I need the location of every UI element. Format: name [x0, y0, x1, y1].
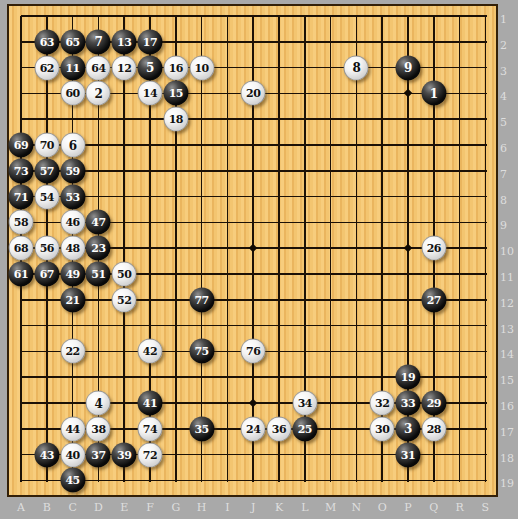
stone-44-C17[interactable]: 44 — [60, 416, 85, 441]
stone-17-F2[interactable]: 17 — [138, 29, 163, 54]
stone-47-D9[interactable]: 47 — [86, 210, 111, 235]
row-label-17: 17 — [500, 425, 514, 438]
stone-19-P15[interactable]: 19 — [396, 365, 421, 390]
stone-48-C10[interactable]: 48 — [60, 236, 85, 261]
row-label-16: 16 — [500, 400, 514, 413]
stone-5-F3[interactable]: 5 — [138, 55, 163, 80]
column-label-J: J — [251, 501, 255, 514]
stone-6-C6[interactable]: 6 — [60, 133, 85, 158]
column-label-D: D — [94, 501, 103, 514]
stone-7-D2[interactable]: 7 — [86, 29, 111, 54]
column-label-O: O — [378, 501, 387, 514]
stone-41-F16[interactable]: 41 — [138, 391, 163, 416]
stone-68-A10[interactable]: 68 — [9, 236, 34, 261]
stone-64-D3[interactable]: 64 — [86, 55, 111, 80]
stone-27-Q12[interactable]: 27 — [421, 287, 446, 312]
grid-line-vertical — [278, 16, 280, 482]
column-label-A: A — [17, 501, 25, 514]
grid-line-horizontal — [21, 144, 487, 146]
column-label-G: G — [171, 501, 180, 514]
stone-53-C8[interactable]: 53 — [60, 184, 85, 209]
row-label-4: 4 — [500, 90, 507, 103]
row-label-3: 3 — [500, 64, 507, 77]
stone-61-A11[interactable]: 61 — [9, 262, 34, 287]
stone-1-Q4[interactable]: 1 — [421, 81, 446, 106]
stone-10-H3[interactable]: 10 — [189, 55, 214, 80]
stone-75-H14[interactable]: 75 — [189, 339, 214, 364]
column-label-C: C — [68, 501, 76, 514]
stone-76-J14[interactable]: 76 — [241, 339, 266, 364]
stone-39-E18[interactable]: 39 — [112, 442, 137, 467]
stone-15-G4[interactable]: 15 — [163, 81, 188, 106]
row-label-18: 18 — [500, 451, 514, 464]
row-label-2: 2 — [500, 38, 507, 51]
stone-38-D17[interactable]: 38 — [86, 416, 111, 441]
stone-11-C3[interactable]: 11 — [60, 55, 85, 80]
stone-26-Q10[interactable]: 26 — [421, 236, 446, 261]
row-label-10: 10 — [500, 245, 514, 258]
stone-31-P18[interactable]: 31 — [396, 442, 421, 467]
grid-line-vertical — [459, 16, 461, 482]
stone-63-B2[interactable]: 63 — [34, 29, 59, 54]
column-label-H: H — [197, 501, 207, 514]
stone-18-G5[interactable]: 18 — [163, 107, 188, 132]
grid-line-horizontal — [21, 170, 487, 172]
grid-line-horizontal — [21, 325, 487, 327]
grid-line-horizontal — [21, 118, 487, 120]
stone-28-Q17[interactable]: 28 — [421, 416, 446, 441]
grid-line-vertical — [485, 16, 487, 482]
stone-34-L16[interactable]: 34 — [292, 391, 317, 416]
stone-77-H12[interactable]: 77 — [189, 287, 214, 312]
grid-line-vertical — [330, 16, 332, 482]
stone-74-F17[interactable]: 74 — [138, 416, 163, 441]
grid-line-vertical — [227, 16, 229, 482]
column-label-S: S — [482, 501, 490, 514]
stone-21-C12[interactable]: 21 — [60, 287, 85, 312]
stone-67-B11[interactable]: 67 — [34, 262, 59, 287]
column-label-M: M — [325, 501, 336, 514]
grid-line-vertical — [123, 16, 125, 482]
stone-42-F14[interactable]: 42 — [138, 339, 163, 364]
stone-8-N3[interactable]: 8 — [344, 55, 369, 80]
stone-32-O16[interactable]: 32 — [370, 391, 395, 416]
row-label-12: 12 — [500, 296, 514, 309]
stone-14-F4[interactable]: 14 — [138, 81, 163, 106]
stone-71-A8[interactable]: 71 — [9, 184, 34, 209]
grid-line-horizontal — [21, 299, 487, 301]
row-label-9: 9 — [500, 219, 507, 232]
column-label-B: B — [43, 501, 51, 514]
stone-3-P17[interactable]: 3 — [396, 416, 421, 441]
stone-46-C9[interactable]: 46 — [60, 210, 85, 235]
stone-65-C2[interactable]: 65 — [60, 29, 85, 54]
stone-72-F18[interactable]: 72 — [138, 442, 163, 467]
row-label-7: 7 — [500, 167, 507, 180]
column-label-R: R — [455, 501, 463, 514]
stone-73-A7[interactable]: 73 — [9, 158, 34, 183]
stone-52-E12[interactable]: 52 — [112, 287, 137, 312]
grid-line-horizontal — [21, 196, 487, 198]
column-label-F: F — [146, 501, 154, 514]
stone-35-H17[interactable]: 35 — [189, 416, 214, 441]
stone-20-J4[interactable]: 20 — [241, 81, 266, 106]
stone-30-O17[interactable]: 30 — [370, 416, 395, 441]
column-label-P: P — [404, 501, 411, 514]
grid-line-vertical — [356, 16, 358, 482]
stone-37-D18[interactable]: 37 — [86, 442, 111, 467]
stone-59-C7[interactable]: 59 — [60, 158, 85, 183]
stone-45-C19[interactable]: 45 — [60, 468, 85, 493]
stone-43-B18[interactable]: 43 — [34, 442, 59, 467]
stone-13-E2[interactable]: 13 — [112, 29, 137, 54]
stone-25-L17[interactable]: 25 — [292, 416, 317, 441]
stone-56-B10[interactable]: 56 — [34, 236, 59, 261]
column-label-Q: Q — [429, 501, 438, 514]
row-label-14: 14 — [500, 348, 514, 361]
row-label-19: 19 — [500, 477, 514, 490]
row-label-8: 8 — [500, 193, 507, 206]
row-label-1: 1 — [500, 13, 507, 26]
stone-4-D16[interactable]: 4 — [86, 391, 111, 416]
row-label-13: 13 — [500, 322, 514, 335]
stone-54-B8[interactable]: 54 — [34, 184, 59, 209]
column-label-I: I — [225, 501, 229, 514]
column-label-N: N — [352, 501, 362, 514]
stone-57-B7[interactable]: 57 — [34, 158, 59, 183]
stone-58-A9[interactable]: 58 — [9, 210, 34, 235]
row-label-15: 15 — [500, 374, 514, 387]
row-label-6: 6 — [500, 142, 507, 155]
go-diagram-frame: ABCDEFGHIJKLMNOPQRS123456789101112131415… — [0, 0, 518, 519]
stone-24-J17[interactable]: 24 — [241, 416, 266, 441]
stone-70-B6[interactable]: 70 — [34, 133, 59, 158]
stone-9-P3[interactable]: 9 — [396, 55, 421, 80]
grid-line-horizontal — [21, 480, 487, 482]
stone-23-D10[interactable]: 23 — [86, 236, 111, 261]
row-label-5: 5 — [500, 116, 507, 129]
stone-36-K17[interactable]: 36 — [267, 416, 292, 441]
stone-49-C11[interactable]: 49 — [60, 262, 85, 287]
column-label-E: E — [120, 501, 128, 514]
stone-62-B3[interactable]: 62 — [34, 55, 59, 80]
grid-line-horizontal — [21, 15, 487, 17]
stone-50-E11[interactable]: 50 — [112, 262, 137, 287]
stone-40-C18[interactable]: 40 — [60, 442, 85, 467]
stone-22-C14[interactable]: 22 — [60, 339, 85, 364]
stone-60-C4[interactable]: 60 — [60, 81, 85, 106]
stone-69-A6[interactable]: 69 — [9, 133, 34, 158]
stone-29-Q16[interactable]: 29 — [421, 391, 446, 416]
stone-2-D4[interactable]: 2 — [86, 81, 111, 106]
row-label-11: 11 — [500, 271, 514, 284]
grid-line-vertical — [201, 16, 203, 482]
stone-33-P16[interactable]: 33 — [396, 391, 421, 416]
stone-12-E3[interactable]: 12 — [112, 55, 137, 80]
column-label-K: K — [275, 501, 283, 514]
stone-51-D11[interactable]: 51 — [86, 262, 111, 287]
column-label-L: L — [301, 501, 308, 514]
stone-16-G3[interactable]: 16 — [163, 55, 188, 80]
